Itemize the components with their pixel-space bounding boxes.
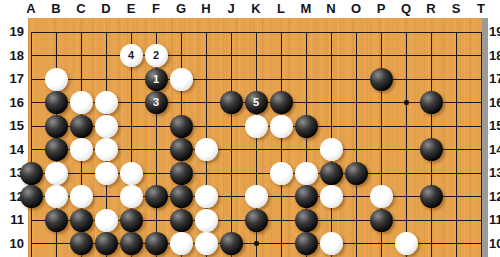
stone-black-B11	[45, 209, 68, 232]
stone-black-E10	[120, 232, 143, 255]
stone-white-L13	[270, 162, 293, 185]
stone-white-K15	[245, 115, 268, 138]
column-label-B: B	[44, 1, 69, 16]
stone-black-A12	[20, 185, 43, 208]
stone-white-E18: 4	[120, 44, 143, 67]
stone-black-M15	[295, 115, 318, 138]
stone-black-B16	[45, 91, 68, 114]
grid-vline	[231, 32, 232, 257]
column-label-R: R	[419, 1, 444, 16]
stone-black-R16	[420, 91, 443, 114]
row-label-right-18: 18	[489, 48, 500, 63]
move-number-4: 4	[128, 50, 134, 61]
stone-black-G11	[170, 209, 193, 232]
grid-vline	[31, 32, 32, 257]
grid-hline	[31, 79, 482, 80]
stone-black-K11	[245, 209, 268, 232]
stone-black-G12	[170, 185, 193, 208]
stone-black-R14	[420, 138, 443, 161]
column-label-T: T	[469, 1, 494, 16]
row-label-right-14: 14	[489, 142, 500, 157]
stone-white-D16	[95, 91, 118, 114]
grid-vline	[281, 32, 282, 257]
row-label-left-17: 17	[0, 71, 24, 86]
row-label-left-16: 16	[0, 95, 24, 110]
move-number-3: 3	[153, 97, 159, 108]
column-label-F: F	[144, 1, 169, 16]
row-label-left-14: 14	[0, 142, 24, 157]
stone-black-L16	[270, 91, 293, 114]
column-label-J: J	[219, 1, 244, 16]
row-label-right-10: 10	[489, 236, 500, 251]
stone-black-P11	[370, 209, 393, 232]
stone-black-O13	[345, 162, 368, 185]
stone-white-B13	[45, 162, 68, 185]
column-label-H: H	[194, 1, 219, 16]
stone-black-B14	[45, 138, 68, 161]
star-point-K10	[254, 241, 259, 246]
row-label-right-17: 17	[489, 71, 500, 86]
stone-white-N10	[320, 232, 343, 255]
stone-black-E11	[120, 209, 143, 232]
stone-black-D10	[95, 232, 118, 255]
stone-white-C12	[70, 185, 93, 208]
row-label-right-19: 19	[489, 24, 500, 39]
grid-vline	[406, 32, 407, 257]
grid-hline	[31, 32, 482, 33]
stone-white-H11	[195, 209, 218, 232]
stone-white-E13	[120, 162, 143, 185]
stone-black-B15	[45, 115, 68, 138]
row-label-left-15: 15	[0, 118, 24, 133]
stone-white-D11	[95, 209, 118, 232]
column-label-N: N	[319, 1, 344, 16]
stone-white-N12	[320, 185, 343, 208]
row-label-right-16: 16	[489, 95, 500, 110]
stone-black-N13	[320, 162, 343, 185]
stone-black-C10	[70, 232, 93, 255]
stone-white-C14	[70, 138, 93, 161]
column-label-P: P	[369, 1, 394, 16]
column-label-L: L	[269, 1, 294, 16]
stone-black-F10	[145, 232, 168, 255]
row-label-right-15: 15	[489, 118, 500, 133]
column-label-E: E	[119, 1, 144, 16]
grid-vline	[356, 32, 357, 257]
stone-black-G14	[170, 138, 193, 161]
stone-black-P17	[370, 68, 393, 91]
stone-black-F12	[145, 185, 168, 208]
column-label-C: C	[69, 1, 94, 16]
stone-white-B12	[45, 185, 68, 208]
grid-hline	[31, 55, 482, 56]
stone-white-D13	[95, 162, 118, 185]
stone-black-R12	[420, 185, 443, 208]
stone-white-F18: 2	[145, 44, 168, 67]
stone-white-H14	[195, 138, 218, 161]
column-label-O: O	[344, 1, 369, 16]
stone-black-M12	[295, 185, 318, 208]
move-number-5: 5	[253, 97, 259, 108]
stone-black-K16: 5	[245, 91, 268, 114]
go-app-window: ABCDEFGHJKLMNOPQRST191918181717161615151…	[0, 0, 500, 257]
column-label-A: A	[19, 1, 44, 16]
stone-black-C15	[70, 115, 93, 138]
stone-black-F17: 1	[145, 68, 168, 91]
move-number-1: 1	[153, 74, 159, 85]
stone-white-P12	[370, 185, 393, 208]
stone-white-K12	[245, 185, 268, 208]
grid-vline	[481, 32, 482, 257]
row-label-left-19: 19	[0, 24, 24, 39]
stone-white-G17	[170, 68, 193, 91]
stone-white-Q10	[395, 232, 418, 255]
stone-white-D15	[95, 115, 118, 138]
column-label-K: K	[244, 1, 269, 16]
stone-white-H12	[195, 185, 218, 208]
stone-white-E12	[120, 185, 143, 208]
stone-white-C16	[70, 91, 93, 114]
grid-vline	[456, 32, 457, 257]
stone-black-M10	[295, 232, 318, 255]
stone-black-J16	[220, 91, 243, 114]
column-label-M: M	[294, 1, 319, 16]
stone-black-J10	[220, 232, 243, 255]
column-label-Q: Q	[394, 1, 419, 16]
row-label-left-18: 18	[0, 48, 24, 63]
stone-white-D14	[95, 138, 118, 161]
stone-white-N14	[320, 138, 343, 161]
stone-black-M11	[295, 209, 318, 232]
stone-black-A13	[20, 162, 43, 185]
stone-black-G13	[170, 162, 193, 185]
stone-white-L15	[270, 115, 293, 138]
move-number-2: 2	[153, 50, 159, 61]
stone-black-F16: 3	[145, 91, 168, 114]
stone-white-G10	[170, 232, 193, 255]
row-label-right-13: 13	[489, 165, 500, 180]
column-label-S: S	[444, 1, 469, 16]
row-label-right-12: 12	[489, 189, 500, 204]
column-label-D: D	[94, 1, 119, 16]
stone-black-G15	[170, 115, 193, 138]
stone-white-M13	[295, 162, 318, 185]
star-point-Q16	[404, 100, 409, 105]
row-label-left-11: 11	[0, 212, 24, 227]
row-label-left-10: 10	[0, 236, 24, 251]
stone-white-H10	[195, 232, 218, 255]
board-edge-shadow	[482, 18, 488, 257]
stone-black-C11	[70, 209, 93, 232]
stone-white-B17	[45, 68, 68, 91]
column-label-G: G	[169, 1, 194, 16]
row-label-right-11: 11	[489, 212, 500, 227]
